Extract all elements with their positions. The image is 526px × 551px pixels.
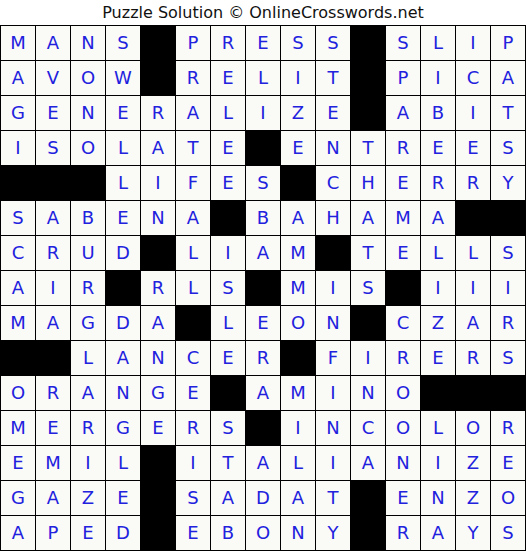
letter-cell[interactable]: L	[176, 271, 210, 305]
letter-cell[interactable]: E	[106, 481, 140, 515]
black-cell	[351, 516, 385, 550]
letter-cell[interactable]: B	[71, 201, 105, 235]
letter-cell[interactable]: S	[1, 201, 35, 235]
letter-cell[interactable]: G	[71, 306, 105, 340]
letter-cell[interactable]: N	[421, 481, 455, 515]
letter-cell[interactable]: A	[36, 26, 70, 60]
letter-cell[interactable]: N	[281, 516, 315, 550]
letter-cell[interactable]: A	[351, 446, 385, 480]
letter-cell[interactable]: G	[1, 96, 35, 130]
letter-cell[interactable]: I	[456, 271, 490, 305]
letter-cell[interactable]: R	[421, 166, 455, 200]
letter-cell[interactable]: P	[176, 26, 210, 60]
black-cell	[316, 236, 350, 270]
letter-cell[interactable]: R	[36, 376, 70, 410]
letter-cell[interactable]: E	[211, 341, 245, 375]
letter-cell[interactable]: P	[491, 26, 525, 60]
letter-cell[interactable]: A	[36, 201, 70, 235]
letter-cell[interactable]: T	[351, 131, 385, 165]
puzzle-page: Puzzle Solution © OnlineCrosswords.net M…	[0, 0, 526, 551]
letter-cell[interactable]: Z	[421, 306, 455, 340]
letter-cell[interactable]: A	[456, 306, 490, 340]
letter-cell[interactable]: E	[1, 446, 35, 480]
letter-cell[interactable]: E	[386, 481, 420, 515]
letter-cell[interactable]: T	[176, 131, 210, 165]
letter-cell[interactable]: E	[491, 446, 525, 480]
letter-cell[interactable]: T	[491, 96, 525, 130]
letter-cell[interactable]: A	[141, 306, 175, 340]
letter-cell[interactable]: I	[421, 271, 455, 305]
letter-cell[interactable]: S	[246, 166, 280, 200]
letter-cell[interactable]: N	[316, 131, 350, 165]
letter-cell[interactable]: Y	[491, 166, 525, 200]
black-cell	[1, 341, 35, 375]
letter-cell[interactable]: A	[281, 201, 315, 235]
letter-cell[interactable]: L	[106, 446, 140, 480]
black-cell	[141, 61, 175, 95]
letter-cell[interactable]: A	[386, 96, 420, 130]
letter-cell[interactable]: M	[281, 271, 315, 305]
letter-cell[interactable]: R	[176, 411, 210, 445]
black-cell	[36, 341, 70, 375]
letter-cell[interactable]: L	[421, 26, 455, 60]
letter-cell[interactable]: L	[211, 96, 245, 130]
letter-cell[interactable]: A	[281, 481, 315, 515]
letter-cell[interactable]: R	[491, 306, 525, 340]
letter-cell[interactable]: L	[456, 236, 490, 270]
letter-cell[interactable]: A	[71, 376, 105, 410]
letter-cell[interactable]: D	[106, 516, 140, 550]
black-cell	[141, 446, 175, 480]
letter-cell[interactable]: N	[71, 96, 105, 130]
letter-cell[interactable]: O	[386, 376, 420, 410]
black-cell	[211, 376, 245, 410]
letter-cell[interactable]: E	[176, 516, 210, 550]
black-cell	[281, 341, 315, 375]
letter-cell[interactable]: E	[106, 96, 140, 130]
letter-cell[interactable]: N	[316, 411, 350, 445]
letter-cell[interactable]: R	[456, 341, 490, 375]
black-cell	[421, 376, 455, 410]
letter-cell[interactable]: V	[36, 61, 70, 95]
black-cell	[141, 236, 175, 270]
letter-cell[interactable]: E	[36, 411, 70, 445]
letter-cell[interactable]: Z	[71, 481, 105, 515]
letter-cell[interactable]: R	[211, 26, 245, 60]
letter-cell[interactable]: D	[106, 306, 140, 340]
black-cell	[141, 516, 175, 550]
letter-cell[interactable]: I	[211, 236, 245, 270]
letter-cell[interactable]: L	[176, 236, 210, 270]
letter-cell[interactable]: F	[176, 166, 210, 200]
letter-cell[interactable]: E	[71, 516, 105, 550]
black-cell	[141, 26, 175, 60]
letter-cell[interactable]: A	[176, 201, 210, 235]
letter-cell[interactable]: I	[491, 271, 525, 305]
letter-cell[interactable]: C	[456, 61, 490, 95]
letter-cell[interactable]: E	[211, 61, 245, 95]
letter-cell[interactable]: E	[386, 236, 420, 270]
letter-cell[interactable]: C	[176, 341, 210, 375]
letter-cell[interactable]: M	[1, 411, 35, 445]
letter-cell[interactable]: L	[71, 341, 105, 375]
letter-cell[interactable]: P	[36, 516, 70, 550]
letter-cell[interactable]: D	[246, 481, 280, 515]
letter-cell[interactable]: P	[386, 61, 420, 95]
letter-cell[interactable]: A	[1, 271, 35, 305]
letter-cell[interactable]: N	[316, 306, 350, 340]
black-cell	[456, 201, 490, 235]
letter-cell[interactable]: L	[281, 446, 315, 480]
letter-cell[interactable]: G	[1, 481, 35, 515]
letter-cell[interactable]: S	[491, 341, 525, 375]
letter-cell[interactable]: N	[386, 446, 420, 480]
letter-cell[interactable]: T	[211, 446, 245, 480]
letter-cell[interactable]: S	[491, 236, 525, 270]
black-cell	[351, 61, 385, 95]
letter-cell[interactable]: L	[106, 131, 140, 165]
letter-cell[interactable]: N	[141, 341, 175, 375]
black-cell	[1, 166, 35, 200]
letter-cell[interactable]: A	[176, 96, 210, 130]
letter-cell[interactable]: H	[316, 201, 350, 235]
letter-cell[interactable]: A	[1, 516, 35, 550]
letter-cell[interactable]: Z	[281, 96, 315, 130]
letter-cell[interactable]: Z	[456, 481, 490, 515]
letter-cell[interactable]: Y	[316, 516, 350, 550]
black-cell	[71, 166, 105, 200]
letter-cell[interactable]: A	[106, 341, 140, 375]
letter-cell[interactable]: O	[71, 131, 105, 165]
letter-cell[interactable]: E	[106, 201, 140, 235]
letter-cell[interactable]: B	[211, 516, 245, 550]
letter-cell[interactable]: O	[1, 376, 35, 410]
letter-cell[interactable]: G	[106, 411, 140, 445]
letter-cell[interactable]: R	[71, 271, 105, 305]
letter-cell[interactable]: E	[246, 26, 280, 60]
letter-cell[interactable]: L	[106, 166, 140, 200]
letter-cell[interactable]: C	[351, 411, 385, 445]
letter-cell[interactable]: R	[386, 131, 420, 165]
letter-cell[interactable]: I	[316, 376, 350, 410]
letter-cell[interactable]: A	[246, 446, 280, 480]
letter-cell[interactable]: A	[141, 131, 175, 165]
black-cell	[281, 166, 315, 200]
black-cell	[176, 306, 210, 340]
letter-cell[interactable]: I	[71, 446, 105, 480]
letter-cell[interactable]: I	[176, 446, 210, 480]
letter-cell[interactable]: C	[386, 306, 420, 340]
letter-cell[interactable]: E	[421, 131, 455, 165]
letter-cell[interactable]: I	[421, 61, 455, 95]
letter-cell[interactable]: T	[351, 236, 385, 270]
black-cell	[351, 481, 385, 515]
letter-cell[interactable]: I	[246, 96, 280, 130]
letter-cell[interactable]: R	[176, 61, 210, 95]
letter-cell[interactable]: S	[211, 411, 245, 445]
letter-cell[interactable]: R	[141, 271, 175, 305]
letter-cell[interactable]: D	[106, 236, 140, 270]
letter-cell[interactable]: L	[421, 236, 455, 270]
letter-cell[interactable]: B	[421, 96, 455, 130]
letter-cell[interactable]: E	[281, 131, 315, 165]
letter-cell[interactable]: O	[491, 481, 525, 515]
black-cell	[456, 376, 490, 410]
letter-cell[interactable]: L	[246, 61, 280, 95]
letter-cell[interactable]: R	[386, 341, 420, 375]
letter-cell[interactable]: E	[141, 411, 175, 445]
black-cell	[246, 131, 280, 165]
black-cell	[246, 411, 280, 445]
letter-cell[interactable]: M	[1, 306, 35, 340]
letter-cell[interactable]: T	[316, 481, 350, 515]
letter-cell[interactable]: A	[421, 516, 455, 550]
letter-cell[interactable]: R	[456, 166, 490, 200]
letter-cell[interactable]: M	[36, 446, 70, 480]
letter-cell[interactable]: S	[351, 271, 385, 305]
letter-cell[interactable]: E	[421, 341, 455, 375]
letter-cell[interactable]: R	[36, 236, 70, 270]
letter-cell[interactable]: A	[211, 481, 245, 515]
letter-cell[interactable]: S	[316, 26, 350, 60]
letter-cell[interactable]: G	[141, 376, 175, 410]
letter-cell[interactable]: R	[246, 341, 280, 375]
letter-cell[interactable]: S	[106, 26, 140, 60]
black-cell	[141, 481, 175, 515]
letter-cell[interactable]: A	[491, 61, 525, 95]
letter-cell[interactable]: A	[36, 481, 70, 515]
letter-cell[interactable]: M	[281, 376, 315, 410]
letter-cell[interactable]: O	[386, 411, 420, 445]
letter-cell[interactable]: H	[351, 166, 385, 200]
letter-cell[interactable]: E	[36, 96, 70, 130]
letter-cell[interactable]: I	[36, 271, 70, 305]
letter-cell[interactable]: N	[71, 26, 105, 60]
letter-cell[interactable]: S	[491, 516, 525, 550]
letter-cell[interactable]: Z	[456, 446, 490, 480]
black-cell	[491, 376, 525, 410]
letter-cell[interactable]: U	[71, 236, 105, 270]
letter-cell[interactable]: M	[1, 26, 35, 60]
letter-cell[interactable]: N	[106, 376, 140, 410]
letter-cell[interactable]: I	[141, 166, 175, 200]
letter-cell[interactable]: R	[491, 411, 525, 445]
black-cell	[246, 271, 280, 305]
letter-cell[interactable]: S	[386, 26, 420, 60]
letter-cell[interactable]: I	[281, 61, 315, 95]
letter-cell[interactable]: I	[316, 446, 350, 480]
letter-cell[interactable]: S	[36, 131, 70, 165]
letter-cell[interactable]: I	[316, 271, 350, 305]
letter-cell[interactable]: A	[351, 201, 385, 235]
letter-cell[interactable]: E	[246, 306, 280, 340]
black-cell	[106, 271, 140, 305]
letter-cell[interactable]: B	[246, 201, 280, 235]
letter-cell[interactable]: T	[316, 61, 350, 95]
letter-cell[interactable]: E	[386, 166, 420, 200]
letter-cell[interactable]: S	[281, 26, 315, 60]
letter-cell[interactable]: I	[351, 341, 385, 375]
letter-cell[interactable]: R	[386, 516, 420, 550]
letter-cell[interactable]: M	[281, 236, 315, 270]
letter-cell[interactable]: I	[456, 96, 490, 130]
letter-cell[interactable]: O	[71, 61, 105, 95]
letter-cell[interactable]: I	[281, 411, 315, 445]
letter-cell[interactable]: A	[421, 201, 455, 235]
black-cell	[351, 306, 385, 340]
letter-cell[interactable]: S	[176, 481, 210, 515]
letter-cell[interactable]: O	[281, 306, 315, 340]
letter-cell[interactable]: I	[421, 446, 455, 480]
letter-cell[interactable]: R	[71, 411, 105, 445]
letter-cell[interactable]: A	[246, 236, 280, 270]
letter-cell[interactable]: S	[211, 271, 245, 305]
black-cell	[351, 96, 385, 130]
letter-cell[interactable]: I	[1, 131, 35, 165]
letter-cell[interactable]: L	[421, 411, 455, 445]
letter-cell[interactable]: M	[386, 201, 420, 235]
letter-cell[interactable]: S	[491, 131, 525, 165]
puzzle-title: Puzzle Solution © OnlineCrosswords.net	[0, 0, 526, 25]
letter-cell[interactable]: A	[1, 61, 35, 95]
black-cell	[351, 26, 385, 60]
letter-cell[interactable]: O	[456, 411, 490, 445]
black-cell	[386, 271, 420, 305]
letter-cell[interactable]: E	[211, 131, 245, 165]
letter-cell[interactable]: E	[316, 96, 350, 130]
letter-cell[interactable]: N	[351, 376, 385, 410]
letter-cell[interactable]: I	[456, 26, 490, 60]
letter-cell[interactable]: W	[106, 61, 140, 95]
letter-cell[interactable]: E	[456, 131, 490, 165]
letter-cell[interactable]: F	[316, 341, 350, 375]
letter-cell[interactable]: C	[1, 236, 35, 270]
letter-cell[interactable]: A	[36, 306, 70, 340]
letter-cell[interactable]: O	[246, 516, 280, 550]
black-cell	[211, 201, 245, 235]
letter-cell[interactable]: L	[211, 306, 245, 340]
black-cell	[36, 166, 70, 200]
letter-cell[interactable]: E	[176, 376, 210, 410]
letter-cell[interactable]: N	[141, 201, 175, 235]
letter-cell[interactable]: Y	[456, 516, 490, 550]
letter-cell[interactable]: A	[246, 376, 280, 410]
letter-cell[interactable]: E	[211, 166, 245, 200]
letter-cell[interactable]: R	[141, 96, 175, 130]
black-cell	[491, 201, 525, 235]
letter-cell[interactable]: C	[316, 166, 350, 200]
crossword-board: MANSPRESSSLIPAVOWRELITPICAGENERALIZEABIT…	[0, 25, 526, 551]
